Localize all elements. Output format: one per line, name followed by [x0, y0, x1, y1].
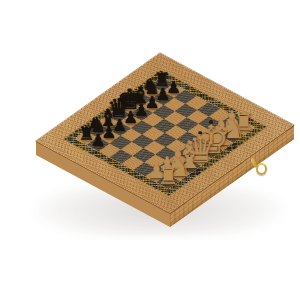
black-queen-finial-tip	[118, 95, 121, 98]
black-king-finial-tip	[128, 85, 131, 88]
chess-set-photo: ♜♞♝♛♚♝♞♜♟♟♟♟♟♟♟♟♟♟♟♟♟♟♟♟♜♞♝♛♚♝♞♜	[0, 0, 300, 300]
pieces-layer: ♜♞♝♛♚♝♞♜♟♟♟♟♟♟♟♟♟♟♟♟♟♟♟♟♜♞♝♛♚♝♞♜	[0, 0, 300, 300]
white-queen-finial-tip	[199, 131, 203, 135]
black-pawn-a7[interactable]: ♟	[91, 133, 106, 149]
white-king-finial-tip	[209, 120, 213, 124]
white-rook-a1[interactable]: ♜	[157, 163, 180, 188]
brass-clasp	[250, 158, 268, 174]
clasp-loop-icon	[256, 163, 267, 175]
